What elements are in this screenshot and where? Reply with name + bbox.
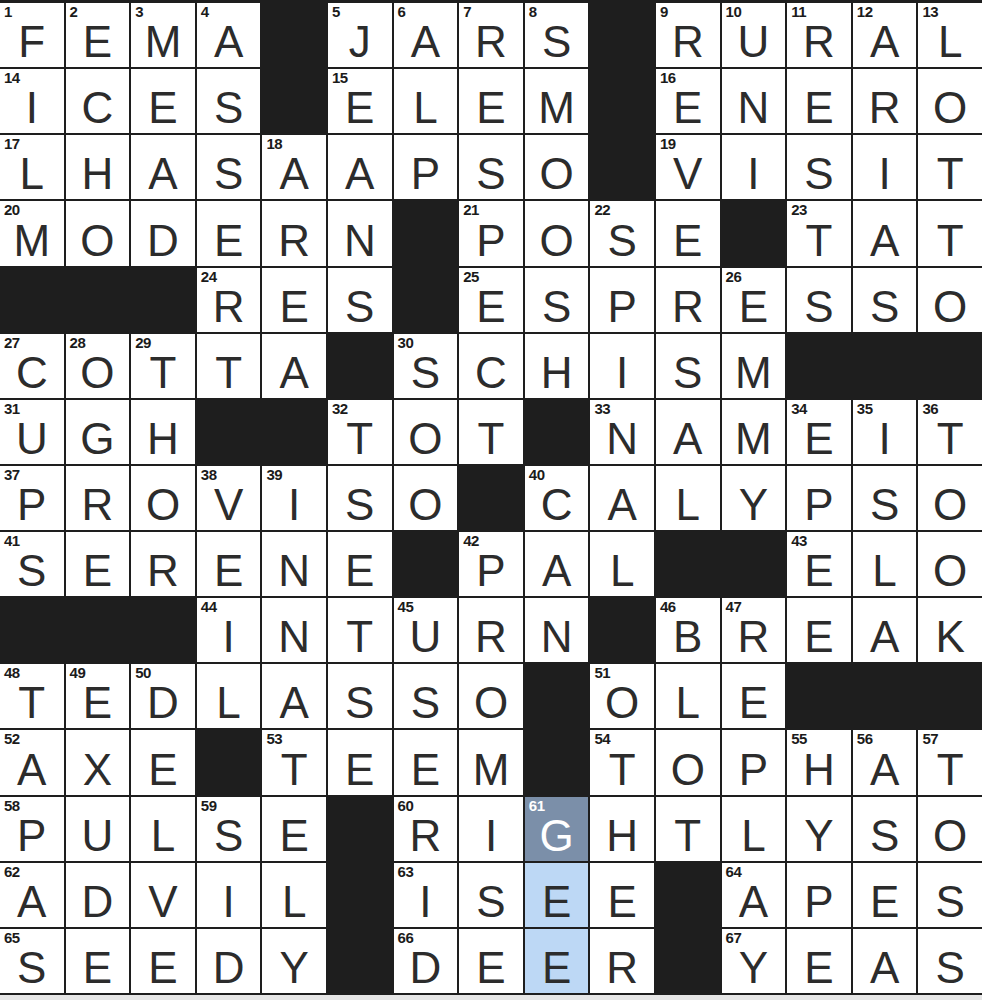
cell-r2c9[interactable]: M	[525, 69, 589, 133]
cell-r4c4[interactable]: E	[197, 201, 261, 265]
cell-r3c14[interactable]: I	[853, 135, 917, 199]
cell-r3c11[interactable]: 19V	[656, 135, 720, 199]
cell-r9c15[interactable]: O	[918, 532, 982, 596]
cell-r1c13[interactable]: 11R	[787, 3, 851, 67]
cell-letter: N	[722, 86, 786, 130]
cell-number: 6	[398, 3, 406, 22]
cell-letter: T	[590, 748, 654, 792]
cell-r1c4[interactable]: 4A	[197, 3, 261, 67]
cell-r15c2[interactable]: E	[66, 929, 130, 993]
cell-r14c14[interactable]: E	[853, 863, 917, 927]
cell-letter: M	[131, 20, 195, 64]
cell-letter: A	[262, 351, 326, 395]
cell-r15c4[interactable]: D	[197, 929, 261, 993]
cell-r12c2[interactable]: X	[66, 730, 130, 794]
cell-letter: I	[853, 152, 917, 196]
cell-r11c4[interactable]: L	[197, 664, 261, 728]
cell-letter: T	[328, 417, 392, 461]
cell-r5c5[interactable]: E	[262, 268, 326, 332]
cell-r11c10[interactable]: 51O	[590, 664, 654, 728]
cell-r11c2[interactable]: 49E	[66, 664, 130, 728]
cell-r3c9[interactable]: O	[525, 135, 589, 199]
cell-r6c3[interactable]: 29T	[131, 334, 195, 398]
cell-r8c2[interactable]: R	[66, 466, 130, 530]
cell-r12c12[interactable]: P	[722, 730, 786, 794]
cell-letter: G	[66, 417, 130, 461]
cell-letter: S	[0, 549, 64, 593]
cell-r2c7[interactable]: L	[394, 69, 458, 133]
cell-r12c14[interactable]: 56A	[853, 730, 917, 794]
cell-number: 57	[922, 730, 938, 749]
cell-letter: U	[66, 814, 130, 858]
cell-r9c4[interactable]: E	[197, 532, 261, 596]
black-cell-r9c7	[394, 532, 458, 596]
cell-r8c14[interactable]: S	[853, 466, 917, 530]
cell-r11c3[interactable]: 50D	[131, 664, 195, 728]
cell-r13c7[interactable]: 60R	[394, 797, 458, 861]
cell-r5c9[interactable]: S	[525, 268, 589, 332]
black-cell-r13c6	[328, 797, 392, 861]
cell-letter: L	[131, 814, 195, 858]
cell-r13c11[interactable]: T	[656, 797, 720, 861]
cell-r7c6[interactable]: 32T	[328, 400, 392, 464]
cell-letter: E	[328, 748, 392, 792]
black-cell-r14c6	[328, 863, 392, 927]
cell-letter: A	[853, 20, 917, 64]
cell-letter: O	[525, 152, 589, 196]
cell-r12c8[interactable]: M	[459, 730, 523, 794]
cell-letter: E	[328, 86, 392, 130]
cell-r9c9[interactable]: A	[525, 532, 589, 596]
cell-letter: A	[131, 152, 195, 196]
cell-r4c11[interactable]: E	[656, 201, 720, 265]
cell-r14c7[interactable]: 63I	[394, 863, 458, 927]
cell-letter: A	[262, 152, 326, 196]
cell-r5c11[interactable]: R	[656, 268, 720, 332]
cell-r8c6[interactable]: S	[328, 466, 392, 530]
cell-r5c4[interactable]: 24R	[197, 268, 261, 332]
cell-letter: O	[459, 681, 523, 725]
cell-letter: E	[722, 285, 786, 329]
cell-letter: E	[459, 285, 523, 329]
cell-letter: I	[722, 152, 786, 196]
cell-r1c6[interactable]: 5J	[328, 3, 392, 67]
cell-r11c11[interactable]: L	[656, 664, 720, 728]
cell-letter: I	[853, 417, 917, 461]
cell-letter: A	[328, 152, 392, 196]
cell-letter: D	[197, 946, 261, 990]
cell-number: 44	[201, 598, 217, 617]
cell-r10c5[interactable]: N	[262, 598, 326, 662]
cell-r2c4[interactable]: S	[197, 69, 261, 133]
cell-r5c6[interactable]: S	[328, 268, 392, 332]
cell-letter: O	[918, 285, 982, 329]
cell-r9c5[interactable]: N	[262, 532, 326, 596]
cell-r15c7[interactable]: 66D	[394, 929, 458, 993]
cell-r15c13[interactable]: E	[787, 929, 851, 993]
black-cell-r6c14	[853, 334, 917, 398]
cell-r11c7[interactable]: S	[394, 664, 458, 728]
cell-number: 14	[4, 69, 20, 88]
cell-r10c9[interactable]: N	[525, 598, 589, 662]
cell-number: 4	[201, 3, 209, 22]
cell-letter: E	[525, 946, 589, 990]
cell-letter: L	[197, 681, 261, 725]
cell-r4c13[interactable]: 23T	[787, 201, 851, 265]
black-cell-r11c13	[787, 664, 851, 728]
cell-r1c12[interactable]: 10U	[722, 3, 786, 67]
cell-r7c14[interactable]: 35I	[853, 400, 917, 464]
cell-r6c2[interactable]: 28O	[66, 334, 130, 398]
cell-r15c3[interactable]: E	[131, 929, 195, 993]
cell-r3c1[interactable]: 17L	[0, 135, 64, 199]
cell-r12c11[interactable]: O	[656, 730, 720, 794]
cell-r3c5[interactable]: 18A	[262, 135, 326, 199]
cell-letter: E	[656, 219, 720, 263]
cell-r1c1[interactable]: 1F	[0, 3, 64, 67]
cell-r13c2[interactable]: U	[66, 797, 130, 861]
cell-r7c3[interactable]: H	[131, 400, 195, 464]
cell-letter: T	[197, 351, 261, 395]
cell-r12c13[interactable]: 55H	[787, 730, 851, 794]
black-cell-r9c11	[656, 532, 720, 596]
cell-r5c13[interactable]: S	[787, 268, 851, 332]
cell-r2c15[interactable]: O	[918, 69, 982, 133]
cell-r2c12[interactable]: N	[722, 69, 786, 133]
cell-r12c15[interactable]: 57T	[918, 730, 982, 794]
cell-r15c1[interactable]: 65S	[0, 929, 64, 993]
cell-r5c8[interactable]: 25E	[459, 268, 523, 332]
cell-letter: A	[853, 946, 917, 990]
cell-r4c2[interactable]: O	[66, 201, 130, 265]
cell-r5c14[interactable]: S	[853, 268, 917, 332]
cell-letter: I	[262, 483, 326, 527]
cell-letter: S	[787, 152, 851, 196]
cell-r8c11[interactable]: L	[656, 466, 720, 530]
cell-r13c14[interactable]: S	[853, 797, 917, 861]
cell-r5c10[interactable]: P	[590, 268, 654, 332]
cell-r15c5[interactable]: Y	[262, 929, 326, 993]
cell-r6c1[interactable]: 27C	[0, 334, 64, 398]
cell-letter: R	[197, 285, 261, 329]
cell-number: 23	[791, 201, 807, 220]
cell-r11c1[interactable]: 48T	[0, 664, 64, 728]
cell-r9c6[interactable]: E	[328, 532, 392, 596]
cell-letter: Y	[722, 946, 786, 990]
cell-letter: T	[918, 748, 982, 792]
cell-r10c4[interactable]: 44I	[197, 598, 261, 662]
cell-letter: A	[525, 549, 589, 593]
black-cell-r2c5	[262, 69, 326, 133]
cell-r3c3[interactable]: A	[131, 135, 195, 199]
cell-r2c14[interactable]: R	[853, 69, 917, 133]
cell-letter: E	[787, 615, 851, 659]
black-cell-r15c11	[656, 929, 720, 993]
cell-r4c14[interactable]: A	[853, 201, 917, 265]
cell-r12c6[interactable]: E	[328, 730, 392, 794]
cell-letter: R	[722, 615, 786, 659]
cell-r10c12[interactable]: 47R	[722, 598, 786, 662]
cell-r12c1[interactable]: 52A	[0, 730, 64, 794]
cell-r8c15[interactable]: O	[918, 466, 982, 530]
cell-r4c10[interactable]: 22S	[590, 201, 654, 265]
cell-r3c2[interactable]: H	[66, 135, 130, 199]
cell-r9c2[interactable]: E	[66, 532, 130, 596]
cell-number: 7	[463, 3, 471, 22]
cell-r8c7[interactable]: O	[394, 466, 458, 530]
cell-r2c3[interactable]: E	[131, 69, 195, 133]
cell-r1c3[interactable]: 3M	[131, 3, 195, 67]
cell-r6c8[interactable]: C	[459, 334, 523, 398]
cell-r4c9[interactable]: O	[525, 201, 589, 265]
cell-r12c10[interactable]: 54T	[590, 730, 654, 794]
cell-number: 32	[332, 400, 348, 419]
cell-letter: A	[853, 219, 917, 263]
cell-r14c8[interactable]: S	[459, 863, 523, 927]
cell-r4c5[interactable]: R	[262, 201, 326, 265]
cell-r8c10[interactable]: A	[590, 466, 654, 530]
cell-r12c5[interactable]: 53T	[262, 730, 326, 794]
cell-r2c11[interactable]: 16E	[656, 69, 720, 133]
cell-number: 53	[266, 730, 282, 749]
cell-r13c4[interactable]: 59S	[197, 797, 261, 861]
cell-letter: V	[131, 880, 195, 924]
cell-letter: A	[656, 417, 720, 461]
crossword-page: 1F2E3M4A5J6A7R8S9R10U11R12A13L14ICES15EL…	[0, 0, 982, 1000]
cell-r2c8[interactable]: E	[459, 69, 523, 133]
cell-r8c13[interactable]: P	[787, 466, 851, 530]
cell-letter: E	[787, 86, 851, 130]
cell-r13c8[interactable]: I	[459, 797, 523, 861]
cell-r2c6[interactable]: 15E	[328, 69, 392, 133]
cell-letter: L	[722, 814, 786, 858]
cell-r10c11[interactable]: 46B	[656, 598, 720, 662]
cell-r15c10[interactable]: R	[590, 929, 654, 993]
cell-r13c15[interactable]: O	[918, 797, 982, 861]
cell-r13c1[interactable]: 58P	[0, 797, 64, 861]
cell-r15c14[interactable]: A	[853, 929, 917, 993]
cell-letter: O	[131, 483, 195, 527]
cell-letter: S	[328, 483, 392, 527]
cell-r8c1[interactable]: 37P	[0, 466, 64, 530]
cell-r2c1[interactable]: 14I	[0, 69, 64, 133]
cell-r10c6[interactable]: T	[328, 598, 392, 662]
cell-r2c2[interactable]: C	[66, 69, 130, 133]
cell-r6c12[interactable]: M	[722, 334, 786, 398]
cell-r8c3[interactable]: O	[131, 466, 195, 530]
cell-r7c7[interactable]: O	[394, 400, 458, 464]
black-cell-r7c9	[525, 400, 589, 464]
cell-r8c12[interactable]: Y	[722, 466, 786, 530]
cell-r12c7[interactable]: E	[394, 730, 458, 794]
black-cell-r11c15	[918, 664, 982, 728]
cell-r14c9[interactable]: E	[525, 863, 589, 927]
cell-r7c11[interactable]: A	[656, 400, 720, 464]
cell-r1c2[interactable]: 2E	[66, 3, 130, 67]
cell-letter: M	[0, 219, 64, 263]
cell-r6c10[interactable]: I	[590, 334, 654, 398]
cell-letter: D	[131, 219, 195, 263]
cell-letter: S	[328, 681, 392, 725]
cell-r14c13[interactable]: P	[787, 863, 851, 927]
cell-letter: S	[787, 285, 851, 329]
cell-letter: R	[131, 549, 195, 593]
cell-r14c15[interactable]: S	[918, 863, 982, 927]
cell-r7c15[interactable]: 36T	[918, 400, 982, 464]
cell-r6c4[interactable]: T	[197, 334, 261, 398]
cell-r9c10[interactable]: L	[590, 532, 654, 596]
cell-r14c5[interactable]: L	[262, 863, 326, 927]
cell-letter: T	[656, 814, 720, 858]
black-cell-r10c3	[131, 598, 195, 662]
cell-r14c2[interactable]: D	[66, 863, 130, 927]
cell-letter: I	[459, 814, 523, 858]
cell-letter: N	[328, 219, 392, 263]
cell-letter: L	[262, 880, 326, 924]
cell-r3c6[interactable]: A	[328, 135, 392, 199]
cell-r7c2[interactable]: G	[66, 400, 130, 464]
cell-letter: L	[853, 549, 917, 593]
black-cell-r5c3	[131, 268, 195, 332]
cell-r3c13[interactable]: S	[787, 135, 851, 199]
cell-letter: E	[66, 20, 130, 64]
cell-r11c6[interactable]: S	[328, 664, 392, 728]
cell-letter: P	[394, 152, 458, 196]
cell-r9c13[interactable]: 43E	[787, 532, 851, 596]
cell-letter: S	[459, 880, 523, 924]
cell-letter: L	[656, 681, 720, 725]
cell-letter: P	[590, 285, 654, 329]
cell-r4c3[interactable]: D	[131, 201, 195, 265]
black-cell-r12c9	[525, 730, 589, 794]
cell-letter: R	[656, 285, 720, 329]
cell-number: 17	[4, 135, 20, 154]
cell-letter: E	[328, 549, 392, 593]
cell-letter: O	[656, 748, 720, 792]
cell-r4c15[interactable]: T	[918, 201, 982, 265]
cell-r15c9[interactable]: E	[525, 929, 589, 993]
cell-letter: T	[918, 417, 982, 461]
cell-r15c15[interactable]: S	[918, 929, 982, 993]
cell-r7c13[interactable]: 34E	[787, 400, 851, 464]
cell-r14c10[interactable]: E	[590, 863, 654, 927]
cell-r15c8[interactable]: E	[459, 929, 523, 993]
cell-r12c3[interactable]: E	[131, 730, 195, 794]
cell-r14c1[interactable]: 62A	[0, 863, 64, 927]
cell-letter: S	[525, 20, 589, 64]
cell-r9c1[interactable]: 41S	[0, 532, 64, 596]
cell-r7c10[interactable]: 33N	[590, 400, 654, 464]
cell-r13c5[interactable]: E	[262, 797, 326, 861]
cell-r1c9[interactable]: 8S	[525, 3, 589, 67]
cell-r7c1[interactable]: 31U	[0, 400, 64, 464]
cell-letter: F	[0, 20, 64, 64]
cell-r10c13[interactable]: E	[787, 598, 851, 662]
cell-r13c10[interactable]: H	[590, 797, 654, 861]
cell-r6c5[interactable]: A	[262, 334, 326, 398]
cell-r5c15[interactable]: O	[918, 268, 982, 332]
cell-r8c5[interactable]: 39I	[262, 466, 326, 530]
cell-r1c15[interactable]: 13L	[918, 3, 982, 67]
cell-r10c15[interactable]: K	[918, 598, 982, 662]
cell-r8c4[interactable]: 38V	[197, 466, 261, 530]
black-cell-r11c9	[525, 664, 589, 728]
cell-letter: O	[918, 549, 982, 593]
cell-letter: T	[459, 417, 523, 461]
cell-letter: R	[459, 20, 523, 64]
cell-r13c13[interactable]: Y	[787, 797, 851, 861]
cell-letter: H	[787, 748, 851, 792]
cell-r10c14[interactable]: A	[853, 598, 917, 662]
cell-r8c9[interactable]: 40C	[525, 466, 589, 530]
cell-letter: O	[394, 483, 458, 527]
cell-r4c1[interactable]: 20M	[0, 201, 64, 265]
black-cell-r5c7	[394, 268, 458, 332]
cell-letter: M	[525, 86, 589, 130]
cell-letter: P	[0, 814, 64, 858]
cell-r3c8[interactable]: S	[459, 135, 523, 199]
cell-r13c9[interactable]: 61G	[525, 797, 589, 861]
cell-r13c12[interactable]: L	[722, 797, 786, 861]
cell-r9c14[interactable]: L	[853, 532, 917, 596]
cell-letter: M	[722, 417, 786, 461]
cell-r10c7[interactable]: 45U	[394, 598, 458, 662]
cell-r11c5[interactable]: A	[262, 664, 326, 728]
cell-r4c8[interactable]: 21P	[459, 201, 523, 265]
cell-letter: S	[197, 152, 261, 196]
cell-r11c8[interactable]: O	[459, 664, 523, 728]
cell-r15c12[interactable]: 67Y	[722, 929, 786, 993]
cell-letter: T	[131, 351, 195, 395]
cell-r9c3[interactable]: R	[131, 532, 195, 596]
cell-r1c8[interactable]: 7R	[459, 3, 523, 67]
cell-r11c12[interactable]: E	[722, 664, 786, 728]
cell-r3c12[interactable]: I	[722, 135, 786, 199]
cell-r3c4[interactable]: S	[197, 135, 261, 199]
cell-r14c3[interactable]: V	[131, 863, 195, 927]
cell-r7c12[interactable]: M	[722, 400, 786, 464]
black-cell-r1c10	[590, 3, 654, 67]
cell-r10c8[interactable]: R	[459, 598, 523, 662]
cell-r3c15[interactable]: T	[918, 135, 982, 199]
cell-r6c11[interactable]: S	[656, 334, 720, 398]
cell-r7c8[interactable]: T	[459, 400, 523, 464]
cell-letter: A	[0, 880, 64, 924]
cell-r3c7[interactable]: P	[394, 135, 458, 199]
cell-letter: E	[787, 549, 851, 593]
cell-r1c11[interactable]: 9R	[656, 3, 720, 67]
cell-r2c13[interactable]: E	[787, 69, 851, 133]
cell-r4c6[interactable]: N	[328, 201, 392, 265]
cell-r14c12[interactable]: 64A	[722, 863, 786, 927]
cell-letter: K	[918, 615, 982, 659]
black-cell-r12c4	[197, 730, 261, 794]
cell-r13c3[interactable]: L	[131, 797, 195, 861]
cell-number: 5	[332, 3, 340, 22]
cell-r14c4[interactable]: I	[197, 863, 261, 927]
cell-letter: D	[394, 946, 458, 990]
cell-r9c8[interactable]: 42P	[459, 532, 523, 596]
black-cell-r10c1	[0, 598, 64, 662]
cell-letter: L	[590, 549, 654, 593]
cell-r1c7[interactable]: 6A	[394, 3, 458, 67]
cell-r6c9[interactable]: H	[525, 334, 589, 398]
cell-letter: I	[0, 86, 64, 130]
cell-letter: E	[722, 681, 786, 725]
cell-r6c7[interactable]: 30S	[394, 334, 458, 398]
cell-r1c14[interactable]: 12A	[853, 3, 917, 67]
cell-r5c12[interactable]: 26E	[722, 268, 786, 332]
